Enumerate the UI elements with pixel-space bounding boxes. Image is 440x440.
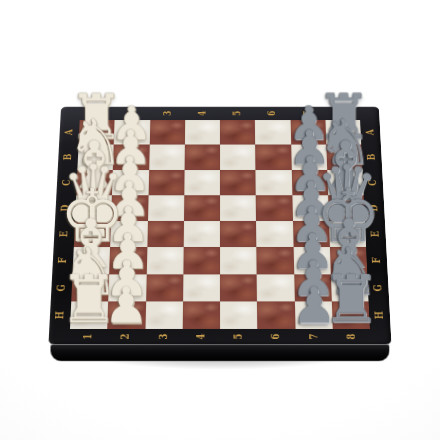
chess-set-photo: AA11BB22CC33DD44EE55FF66GG77HH88 ♜♟♟♜♞♟♟…: [0, 0, 440, 440]
coord-top-1: 1: [88, 107, 108, 120]
coord-top-5: 5: [228, 107, 247, 120]
coord-top-7: 7: [298, 107, 318, 120]
coord-top-6: 6: [263, 107, 283, 120]
coord-top-4: 4: [193, 107, 212, 120]
board-side-edge: [51, 344, 390, 361]
pieces-layer: ♜♟♟♜♞♟♟♞♝♟♟♝♛♟♟♛♚♟♟♚♝♟♟♝♞♟♟♞♜♟♟♜: [48, 107, 391, 345]
coord-left-A: A: [59, 126, 79, 140]
coord-top-8: 8: [333, 107, 353, 120]
coord-top-3: 3: [158, 107, 178, 120]
coord-left-B: B: [58, 150, 78, 164]
coord-right-B: B: [362, 150, 382, 164]
coord-right-A: A: [361, 126, 381, 140]
white-pawn-h2[interactable]: ♟: [91, 280, 161, 322]
gray-pawn-h7[interactable]: ♟: [278, 280, 348, 322]
chess-board: AA11BB22CC33DD44EE55FF66GG77HH88 ♜♟♟♜♞♟♟…: [48, 107, 391, 345]
coord-top-2: 2: [123, 107, 143, 120]
